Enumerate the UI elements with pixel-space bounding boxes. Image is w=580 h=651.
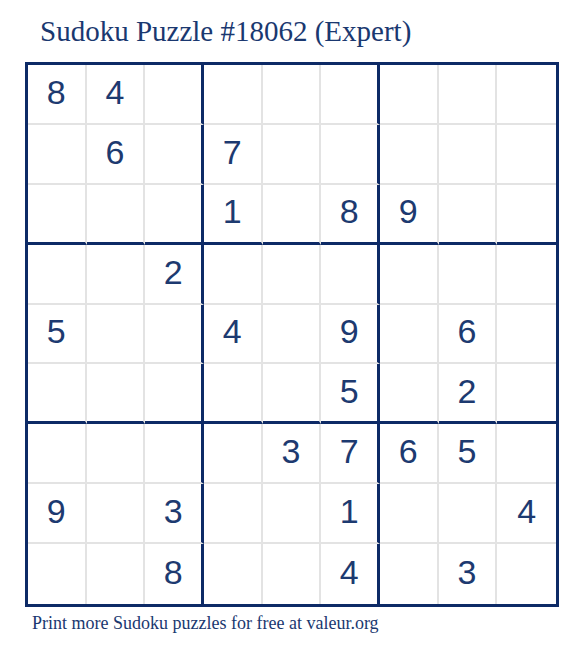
cell-r1c4[interactable] xyxy=(204,65,263,125)
cell-r4c9[interactable] xyxy=(497,245,556,305)
cell-r6c5[interactable] xyxy=(263,364,322,424)
cell-r9c6[interactable]: 4 xyxy=(321,544,380,604)
cell-r9c1[interactable] xyxy=(28,544,87,604)
cell-r6c4[interactable] xyxy=(204,364,263,424)
cell-r9c5[interactable] xyxy=(263,544,322,604)
cell-r1c1[interactable]: 8 xyxy=(28,65,87,125)
cell-r5c8[interactable]: 6 xyxy=(439,305,498,365)
cell-r4c1[interactable] xyxy=(28,245,87,305)
cell-r6c8[interactable]: 2 xyxy=(439,364,498,424)
cell-r9c3[interactable]: 8 xyxy=(145,544,204,604)
cell-r8c1[interactable]: 9 xyxy=(28,484,87,544)
cell-r5c1[interactable]: 5 xyxy=(28,305,87,365)
cell-r9c2[interactable] xyxy=(87,544,146,604)
cell-r5c9[interactable] xyxy=(497,305,556,365)
cell-r7c7[interactable]: 6 xyxy=(380,424,439,484)
cell-r3c7[interactable]: 9 xyxy=(380,185,439,245)
cell-r8c6[interactable]: 1 xyxy=(321,484,380,544)
cell-r6c7[interactable] xyxy=(380,364,439,424)
cell-r2c4[interactable]: 7 xyxy=(204,125,263,185)
cell-r3c4[interactable]: 1 xyxy=(204,185,263,245)
cell-r6c3[interactable] xyxy=(145,364,204,424)
cell-r8c7[interactable] xyxy=(380,484,439,544)
cell-r2c6[interactable] xyxy=(321,125,380,185)
page-title: Sudoku Puzzle #18062 (Expert) xyxy=(40,16,411,48)
sudoku-board: 8467189254965237659314843 xyxy=(25,62,559,607)
cell-r7c8[interactable]: 5 xyxy=(439,424,498,484)
cell-r1c7[interactable] xyxy=(380,65,439,125)
cell-r4c7[interactable] xyxy=(380,245,439,305)
cell-r2c8[interactable] xyxy=(439,125,498,185)
cell-r2c5[interactable] xyxy=(263,125,322,185)
cell-r7c2[interactable] xyxy=(87,424,146,484)
cell-r5c5[interactable] xyxy=(263,305,322,365)
cell-r9c9[interactable] xyxy=(497,544,556,604)
cell-r7c3[interactable] xyxy=(145,424,204,484)
cell-r4c2[interactable] xyxy=(87,245,146,305)
footer-text: Print more Sudoku puzzles for free at va… xyxy=(32,613,379,634)
cell-r5c7[interactable] xyxy=(380,305,439,365)
cell-r9c8[interactable]: 3 xyxy=(439,544,498,604)
cell-r3c9[interactable] xyxy=(497,185,556,245)
cell-r3c8[interactable] xyxy=(439,185,498,245)
cell-r2c1[interactable] xyxy=(28,125,87,185)
cell-r8c4[interactable] xyxy=(204,484,263,544)
cell-r5c3[interactable] xyxy=(145,305,204,365)
cell-r1c3[interactable] xyxy=(145,65,204,125)
cell-r9c7[interactable] xyxy=(380,544,439,604)
cell-r6c9[interactable] xyxy=(497,364,556,424)
cell-r4c5[interactable] xyxy=(263,245,322,305)
cell-r8c5[interactable] xyxy=(263,484,322,544)
cell-r9c4[interactable] xyxy=(204,544,263,604)
cell-r1c8[interactable] xyxy=(439,65,498,125)
cell-r6c6[interactable]: 5 xyxy=(321,364,380,424)
cell-r7c5[interactable]: 3 xyxy=(263,424,322,484)
cell-r7c1[interactable] xyxy=(28,424,87,484)
cell-r5c6[interactable]: 9 xyxy=(321,305,380,365)
cell-r5c2[interactable] xyxy=(87,305,146,365)
cell-r7c4[interactable] xyxy=(204,424,263,484)
cell-r3c2[interactable] xyxy=(87,185,146,245)
cell-r7c6[interactable]: 7 xyxy=(321,424,380,484)
cell-r1c2[interactable]: 4 xyxy=(87,65,146,125)
cell-r2c7[interactable] xyxy=(380,125,439,185)
cell-r4c3[interactable]: 2 xyxy=(145,245,204,305)
cell-r5c4[interactable]: 4 xyxy=(204,305,263,365)
cell-r2c9[interactable] xyxy=(497,125,556,185)
cell-r8c3[interactable]: 3 xyxy=(145,484,204,544)
cell-r2c3[interactable] xyxy=(145,125,204,185)
cell-r3c1[interactable] xyxy=(28,185,87,245)
cell-r3c5[interactable] xyxy=(263,185,322,245)
cell-r6c1[interactable] xyxy=(28,364,87,424)
cell-r8c8[interactable] xyxy=(439,484,498,544)
cell-r4c4[interactable] xyxy=(204,245,263,305)
cell-r1c5[interactable] xyxy=(263,65,322,125)
cell-r1c6[interactable] xyxy=(321,65,380,125)
cell-r1c9[interactable] xyxy=(497,65,556,125)
cell-r8c2[interactable] xyxy=(87,484,146,544)
cell-r2c2[interactable]: 6 xyxy=(87,125,146,185)
cell-r8c9[interactable]: 4 xyxy=(497,484,556,544)
cell-r4c6[interactable] xyxy=(321,245,380,305)
cell-r6c2[interactable] xyxy=(87,364,146,424)
cell-r3c6[interactable]: 8 xyxy=(321,185,380,245)
cell-r7c9[interactable] xyxy=(497,424,556,484)
cell-r4c8[interactable] xyxy=(439,245,498,305)
cell-r3c3[interactable] xyxy=(145,185,204,245)
